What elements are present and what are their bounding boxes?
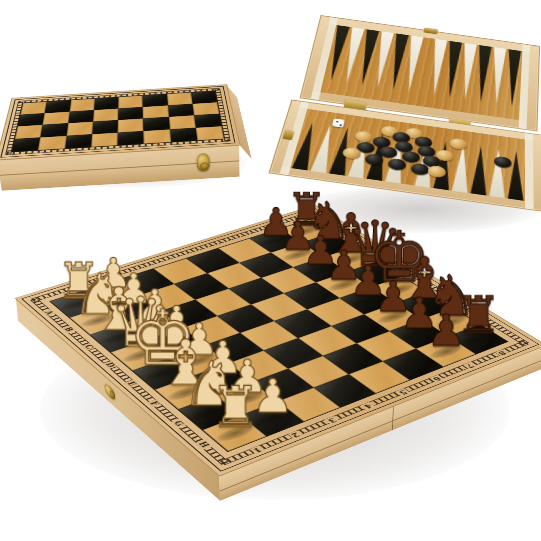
closed-box-square: [192, 102, 219, 115]
closed-box-lid-top: [0, 85, 239, 160]
closed-box-square: [92, 120, 118, 134]
checker-wood[interactable]: [449, 138, 467, 151]
board-fold-seam: [392, 407, 394, 431]
closed-box-square: [66, 122, 93, 136]
backgammon-point-black: [323, 25, 351, 82]
backgammon-point-black: [504, 49, 522, 107]
backgammon-point-cream: [457, 43, 478, 101]
chess-piece-black-pawn[interactable]: ♟: [394, 311, 497, 351]
product-scene: ♜♞♟♝♟♛♟♚♟♝♟♞♟♟♜♟♟♜♟♟♞♟♝♟♛♟♚♟♝♟♞♜ ABCDEFG…: [0, 0, 541, 541]
backgammon-point-cream: [488, 47, 507, 105]
closed-box-square: [117, 131, 144, 146]
closed-box-square: [12, 137, 41, 152]
clasp-icon[interactable]: [104, 382, 115, 402]
closed-box-square: [144, 129, 171, 144]
closed-box-square: [38, 136, 66, 151]
chess-piece-white-rook[interactable]: ♜: [178, 381, 290, 433]
backgammon-point-black: [473, 45, 493, 103]
latch-icon[interactable]: [424, 28, 438, 35]
backgammon-point-cream: [426, 39, 448, 97]
closed-box-square: [143, 105, 169, 118]
checker-black[interactable]: [494, 156, 512, 169]
closed-box-square: [143, 117, 169, 131]
closed-box-square: [168, 115, 195, 129]
closed-box-square: [118, 118, 144, 132]
closed-chess-box: [0, 85, 239, 160]
checker-wood[interactable]: [427, 165, 446, 178]
clasp-icon[interactable]: [197, 153, 210, 171]
die[interactable]: [332, 118, 345, 127]
closed-box-square: [15, 125, 43, 139]
closed-box-square: [41, 123, 68, 137]
closed-box-square: [194, 114, 222, 128]
closed-box-square: [168, 104, 194, 117]
